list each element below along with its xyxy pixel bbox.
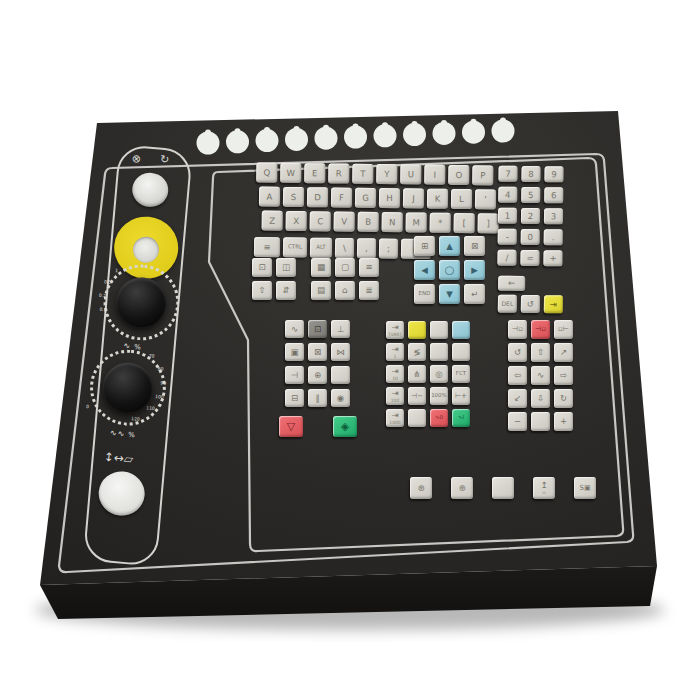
- arrow-left-key[interactable]: ◀: [414, 260, 435, 280]
- alpha-keys-r1c5[interactable]: T: [352, 164, 373, 184]
- alpha-keys-r3c1[interactable]: Z: [262, 211, 283, 231]
- blue-blank-key[interactable]: [452, 321, 470, 339]
- numpad-keys-r3c2[interactable]: 2: [521, 208, 540, 224]
- alpha-keys-r1c2[interactable]: W: [280, 163, 301, 183]
- numpad-keys-r1c3[interactable]: 9: [544, 166, 563, 182]
- tool-clamp-key[interactable]: ▫⊢: [554, 320, 573, 339]
- numpad-keys-r5c1[interactable]: /: [497, 250, 516, 266]
- alpha-keys-r2c2[interactable]: S: [283, 187, 304, 207]
- axis-y-minus-key[interactable]: ⇩: [531, 389, 550, 408]
- alpha-keys-r2c8[interactable]: K: [427, 189, 448, 209]
- nc-start-button[interactable]: ◈: [333, 416, 357, 437]
- round-button-top[interactable]: [131, 171, 170, 208]
- monitor-key[interactable]: ▣: [285, 343, 304, 361]
- window-mode-key[interactable]: ▢: [335, 258, 355, 277]
- minus-key[interactable]: −: [508, 412, 527, 431]
- end-text-key[interactable]: END: [414, 284, 435, 304]
- numpad-keys-r4c2[interactable]: 0: [521, 229, 540, 245]
- alpha-keys-r3c5[interactable]: B: [358, 212, 379, 232]
- alpha-keys-r3c4[interactable]: V: [334, 211, 355, 231]
- tool-retract-key[interactable]: ↥⊔: [533, 477, 555, 499]
- blank-key-3[interactable]: [430, 343, 448, 361]
- spindle-override-label: ∿∿%: [110, 428, 137, 439]
- alpha-keys: QWERTYUIOPASDFGHJKL'ZXCVBNM*[]: [256, 163, 500, 234]
- alpha-keys-r1c3[interactable]: E: [304, 163, 325, 183]
- alpha-keys-r1c10[interactable]: P: [472, 165, 493, 185]
- pgup-key[interactable]: ⊞: [414, 236, 435, 256]
- del-key[interactable]: DEL: [498, 295, 517, 313]
- numpad-keys-r4c3[interactable]: .: [544, 229, 563, 245]
- plus-key[interactable]: +: [554, 412, 573, 431]
- blank-key-6[interactable]: [531, 412, 550, 431]
- touchpad-key[interactable]: ⊡: [308, 320, 327, 338]
- numpad-keys-r5c3[interactable]: +: [543, 250, 562, 266]
- list-mode-key[interactable]: ≡: [359, 258, 379, 277]
- goto-key[interactable]: ◯: [439, 260, 460, 280]
- numpad-keys-r3c1[interactable]: 1: [498, 208, 517, 224]
- tool-clamp-red-key[interactable]: ⊣▫: [531, 320, 550, 339]
- tool-touch-key[interactable]: ⊥: [331, 320, 350, 338]
- estop-mount-hole: [132, 236, 160, 264]
- blank-key-7[interactable]: [492, 477, 514, 499]
- axis-diag-plus-key[interactable]: ↗: [554, 343, 573, 362]
- arrow-up-key[interactable]: ▲: [439, 236, 460, 256]
- spindle-stop-key[interactable]: ∿0: [430, 409, 448, 427]
- retract-key[interactable]: ⊣: [285, 366, 304, 384]
- alpha-keys-r1c4[interactable]: R: [328, 163, 349, 183]
- alpha-keys-r2c4[interactable]: F: [331, 187, 352, 207]
- feed-waveform-key[interactable]: ∿: [285, 320, 304, 338]
- power-off-icon: ⊗: [131, 152, 141, 166]
- numpad-keys-r1c2[interactable]: 8: [521, 166, 540, 182]
- modifier-keys: ≡CTRLALT\,;⊔: [254, 237, 431, 259]
- jog-var-key[interactable]: ⇥[VAR]: [386, 321, 404, 339]
- spindle-100-key[interactable]: 100%: [430, 387, 448, 405]
- s-block-key[interactable]: S▣: [574, 477, 596, 499]
- noent-key[interactable]: ←: [498, 276, 525, 291]
- axis-4-plus-key[interactable]: ↻: [554, 389, 573, 408]
- machine-right-keys: ⊣▫⊣▫▫⊢↺⇧↗⇦∿⇨↙⇩↻−+: [508, 320, 573, 431]
- pallet-key[interactable]: ⊟: [285, 389, 304, 407]
- blank-key-4[interactable]: [452, 343, 470, 361]
- alpha-keys-r3c6[interactable]: N: [382, 212, 403, 232]
- alt-key[interactable]: ALT: [310, 238, 332, 258]
- alpha-keys-r3c10[interactable]: ]: [478, 213, 499, 233]
- spindle-right-key[interactable]: ⊢+: [452, 387, 470, 405]
- spray-key[interactable]: ⋔: [408, 365, 426, 383]
- alpha-keys-r2c5[interactable]: G: [355, 188, 376, 208]
- ctrl-key[interactable]: CTRL: [283, 237, 307, 257]
- axis-y-plus-key[interactable]: ⇧: [531, 343, 550, 362]
- alpha-keys-r1c7[interactable]: U: [400, 164, 421, 184]
- unclamp-key[interactable]: ⋈: [331, 343, 350, 361]
- screen-keys: ⊡◫⇧⇵: [252, 258, 296, 300]
- spindle-left-key[interactable]: ⊣−: [408, 387, 426, 405]
- split-screen-key[interactable]: ◫: [276, 258, 296, 277]
- yellow-blank-key[interactable]: [408, 321, 426, 339]
- jog-100-key[interactable]: ⇥100: [386, 387, 404, 405]
- alpha-keys-r3c7[interactable]: M: [406, 212, 427, 232]
- machine-mid-keys: ⇥[VAR]⇥1≶⇥10⋔◎FCT⇥100⊣−100%⊢+⇥1000∿0∿I: [386, 321, 470, 427]
- coolant-key[interactable]: ≶: [408, 343, 426, 361]
- screen-key[interactable]: ⊡: [252, 258, 272, 277]
- door-key[interactable]: ⊠: [308, 343, 327, 361]
- numpad-keys-r2c1[interactable]: 4: [498, 187, 517, 203]
- nc-stop-button[interactable]: ▽: [279, 416, 303, 437]
- swap-window-key[interactable]: ⇵: [276, 281, 296, 300]
- numpad-keys-r2c3[interactable]: 6: [544, 187, 563, 203]
- end-key[interactable]: ⇥: [544, 295, 563, 313]
- enter-key[interactable]: ↵: [464, 284, 485, 304]
- blank-key-2[interactable]: [430, 321, 448, 339]
- override-knob-upper[interactable]: 0.1 0.2 0.5 1: [100, 261, 182, 343]
- photo-stage: ⊗ ↻ 0.1 0.2 0.5 1 ∿% 0 70 80: [0, 0, 700, 700]
- numpad-keys: 789456123-0./=+: [497, 166, 563, 267]
- bottom-row-keys: ⊛⊛↥⊔S▣: [410, 477, 596, 499]
- alpha-keys-r3c3[interactable]: C: [310, 211, 331, 231]
- alpha-keys-r2c9[interactable]: L: [451, 189, 472, 209]
- numpad-keys-r5c2[interactable]: =: [520, 250, 539, 266]
- alpha-keys-r1c1[interactable]: Q: [256, 163, 277, 183]
- handwheel-key[interactable]: ◉: [331, 389, 350, 407]
- gear-high-key[interactable]: ⊛: [451, 477, 473, 499]
- alpha-keys-r3c2[interactable]: X: [286, 211, 307, 231]
- comma-key[interactable]: ,: [357, 238, 376, 258]
- numpad-keys-r2c2[interactable]: 5: [521, 187, 540, 203]
- table-mode-key[interactable]: ▦: [311, 258, 331, 277]
- alpha-keys-r2c1[interactable]: A: [259, 187, 280, 207]
- graphics-mode-key[interactable]: ⌂: [335, 281, 355, 300]
- gear-low-key[interactable]: ⊛: [410, 477, 432, 499]
- alpha-keys-r2c7[interactable]: J: [403, 188, 424, 208]
- override-knob-lower[interactable]: 0 70 80 90 100 110 120: [87, 346, 169, 428]
- power-on-icon: ↻: [159, 153, 169, 167]
- ent-key[interactable]: ↺: [521, 295, 540, 313]
- info-mode-key[interactable]: ≣: [359, 281, 379, 300]
- shift-screen-key[interactable]: ⇧: [252, 281, 272, 300]
- tool-release-key[interactable]: ⊣▫: [508, 320, 527, 339]
- numpad-keys-r3c3[interactable]: 3: [544, 208, 563, 224]
- rapid-key[interactable]: ∿: [531, 366, 550, 385]
- jog-10-key[interactable]: ⇥10: [386, 365, 404, 383]
- spindle-start-key[interactable]: ∿I: [452, 409, 470, 427]
- alpha-keys-r2c3[interactable]: D: [307, 187, 328, 207]
- pgdn-key[interactable]: ⊠: [464, 236, 485, 256]
- semicolon-key[interactable]: ;: [379, 238, 398, 258]
- numpad-keys-r1c1[interactable]: 7: [498, 166, 517, 182]
- jog-axes-icon: ↕↔▱: [103, 450, 133, 467]
- numpad-keys-r4c1[interactable]: -: [498, 229, 517, 245]
- axis-x-minus-key[interactable]: ⇦: [508, 366, 527, 385]
- parallel-key[interactable]: ∥: [308, 389, 327, 407]
- position-key[interactable]: ⊕: [308, 366, 327, 384]
- alpha-keys-r1c9[interactable]: O: [448, 165, 469, 185]
- blank-key-1[interactable]: [331, 366, 350, 384]
- nav-cluster: ⊞▲⊠◀◯▶END▼↵: [414, 236, 485, 304]
- axis-diag-minus-key[interactable]: ↙: [508, 389, 527, 408]
- backslash-key[interactable]: \: [335, 238, 354, 258]
- chip-conveyor-key[interactable]: ◎: [430, 365, 448, 383]
- shift-multi-key[interactable]: ≡: [254, 237, 280, 257]
- alpha-keys-r2c6[interactable]: H: [379, 188, 400, 208]
- axis-4-minus-key[interactable]: ↺: [508, 343, 527, 362]
- blank-key-5[interactable]: [408, 409, 426, 427]
- round-button-bottom[interactable]: [97, 470, 147, 518]
- jog-1-key[interactable]: ⇥1: [386, 343, 404, 361]
- numpad-extra-keys: ←DEL↺⇥: [498, 276, 563, 314]
- alpha-keys-r1c6[interactable]: Y: [376, 164, 397, 184]
- alpha-keys-r3c8[interactable]: *: [430, 213, 451, 233]
- axis-x-plus-key[interactable]: ⇨: [554, 366, 573, 385]
- fct-key[interactable]: FCT: [452, 365, 470, 383]
- form-mode-key[interactable]: ▤: [311, 281, 331, 300]
- alpha-keys-r2c10[interactable]: ': [475, 189, 496, 209]
- alpha-keys-r3c9[interactable]: [: [454, 213, 475, 233]
- arrow-down-key[interactable]: ▼: [439, 284, 460, 304]
- arrow-right-key[interactable]: ▶: [464, 260, 485, 280]
- jog-1000-key[interactable]: ⇥1000: [386, 409, 404, 427]
- alpha-keys-r1c8[interactable]: I: [424, 165, 445, 185]
- mode-keys: ▦▢≡▤⌂≣: [311, 258, 379, 300]
- machine-left-keys: ∿⊡⊥▣⊠⋈⊣⊕⊟∥◉: [285, 320, 350, 407]
